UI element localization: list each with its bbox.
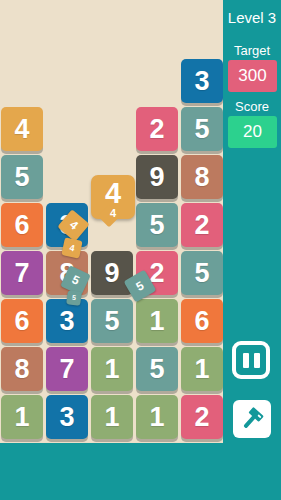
falling-badge-5: 5 [66, 290, 82, 306]
hammer-icon [238, 405, 266, 433]
tile-r2c1-value-4[interactable]: 4 [1, 107, 43, 151]
tile-r7c5-value-1[interactable]: 1 [181, 347, 223, 391]
tile-r7c1-value-8[interactable]: 8 [1, 347, 43, 391]
score-label: Score [223, 99, 281, 114]
tile-r3c5-value-8[interactable]: 8 [181, 155, 223, 199]
tile-r7c3-value-1[interactable]: 1 [91, 347, 133, 391]
tile-r5c1-value-7[interactable]: 7 [1, 251, 43, 295]
tile-r4c5-value-2[interactable]: 2 [181, 203, 223, 247]
tile-grid: 3425598635278925635168715113112 [1, 59, 223, 439]
tile-r2c4-value-2[interactable]: 2 [136, 107, 178, 151]
target-label: Target [223, 43, 281, 58]
tile-r8c1-value-1[interactable]: 1 [1, 395, 43, 439]
tile-r7c4-value-5[interactable]: 5 [136, 347, 178, 391]
tile-r6c3-value-5[interactable]: 5 [91, 299, 133, 343]
pause-button[interactable] [232, 341, 270, 379]
score-value-box: 20 [228, 116, 277, 148]
side-panel: Level 3 Target 300 Score 20 [223, 0, 281, 500]
tile-r6c2-value-3[interactable]: 3 [46, 299, 88, 343]
hammer-button[interactable] [233, 400, 271, 438]
tile-r5c5-value-5[interactable]: 5 [181, 251, 223, 295]
tile-r2c5-value-5[interactable]: 5 [181, 107, 223, 151]
tile-r8c5-value-2[interactable]: 2 [181, 395, 223, 439]
tile-r7c2-value-7[interactable]: 7 [46, 347, 88, 391]
pause-icon [254, 353, 260, 368]
pause-icon [243, 353, 249, 368]
tile-r3c1-value-5[interactable]: 5 [1, 155, 43, 199]
dragged-tile-small-value: 4 [110, 207, 116, 219]
tile-r8c4-value-1[interactable]: 1 [136, 395, 178, 439]
falling-badge-4: 4 [61, 237, 82, 258]
tile-r8c2-value-3[interactable]: 3 [46, 395, 88, 439]
tile-r3c4-value-9[interactable]: 9 [136, 155, 178, 199]
level-label: Level 3 [223, 9, 281, 26]
tile-r4c1-value-6[interactable]: 6 [1, 203, 43, 247]
tile-r6c1-value-6[interactable]: 6 [1, 299, 43, 343]
tile-r4c4-value-5[interactable]: 5 [136, 203, 178, 247]
tile-r8c3-value-1[interactable]: 1 [91, 395, 133, 439]
tile-r6c4-value-1[interactable]: 1 [136, 299, 178, 343]
tile-r1c5-value-3[interactable]: 3 [181, 59, 223, 103]
dragged-tile[interactable]: 4 4 [91, 175, 135, 219]
tile-r6c5-value-6[interactable]: 6 [181, 299, 223, 343]
target-value-box: 300 [228, 60, 277, 92]
board-area: 3425598635278925635168715113112 4 4 4455… [0, 0, 223, 443]
game-screen: 3425598635278925635168715113112 4 4 4455… [0, 0, 281, 500]
